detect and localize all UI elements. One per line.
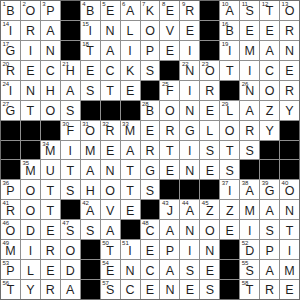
cell-letter: I: [9, 25, 12, 38]
cell-letter: T: [126, 165, 134, 178]
letter-cell[interactable]: E: [121, 81, 140, 100]
letter-cell[interactable]: C: [141, 260, 160, 279]
letter-cell[interactable]: N: [101, 21, 120, 40]
cell-letter: O: [225, 125, 235, 138]
letter-cell[interactable]: P: [160, 240, 179, 259]
letter-cell[interactable]: G: [141, 160, 160, 179]
cell-letter: E: [245, 25, 253, 38]
letter-cell[interactable]: I: [21, 240, 40, 259]
letter-cell[interactable]: Y: [280, 101, 299, 120]
letter-cell[interactable]: G: [180, 121, 199, 140]
letter-cell[interactable]: C: [121, 280, 140, 299]
letter-cell[interactable]: A: [260, 260, 279, 279]
letter-cell[interactable]: 32R: [101, 121, 120, 140]
black-square: [61, 200, 80, 219]
letter-cell[interactable]: 30F: [61, 121, 80, 140]
cell-letter: O: [265, 85, 275, 98]
cell-letter: O: [26, 205, 36, 218]
letter-cell[interactable]: E: [200, 260, 219, 279]
letter-cell[interactable]: S: [81, 81, 100, 100]
cell-letter: U: [46, 165, 55, 178]
cell-letter: T: [226, 145, 234, 158]
letter-cell[interactable]: S: [141, 180, 160, 199]
clue-number: 58: [242, 280, 249, 287]
letter-cell[interactable]: Y: [21, 280, 40, 299]
letter-cell[interactable]: 14I: [1, 21, 20, 40]
clue-number: 40: [282, 180, 289, 187]
cell-letter: A: [166, 265, 174, 278]
letter-cell[interactable]: A: [81, 160, 100, 179]
letter-cell[interactable]: N: [200, 240, 219, 259]
letter-cell[interactable]: D: [21, 220, 40, 239]
letter-cell[interactable]: A: [61, 81, 80, 100]
cell-letter: N: [106, 25, 115, 38]
clue-number: 32: [102, 121, 109, 128]
cell-letter: R: [185, 5, 194, 18]
letter-cell[interactable]: 57S: [101, 280, 120, 299]
clue-number: 6: [122, 1, 125, 8]
letter-cell[interactable]: A: [41, 21, 60, 40]
clue-number: 7: [142, 1, 145, 8]
cell-letter: N: [185, 225, 194, 238]
letter-cell[interactable]: R: [21, 21, 40, 40]
cell-letter: A: [126, 5, 134, 18]
letter-cell[interactable]: E: [200, 101, 219, 120]
letter-cell[interactable]: T: [160, 141, 179, 160]
letter-cell[interactable]: R: [41, 280, 60, 299]
letter-cell[interactable]: T: [121, 180, 140, 199]
letter-cell[interactable]: K: [121, 61, 140, 80]
letter-cell[interactable]: T: [101, 81, 120, 100]
letter-cell[interactable]: H: [81, 180, 100, 199]
letter-cell[interactable]: E: [101, 141, 120, 160]
letter-cell[interactable]: S: [200, 280, 219, 299]
cell-letter: O: [145, 25, 155, 38]
letter-cell[interactable]: T: [280, 220, 299, 239]
letter-cell[interactable]: A: [101, 41, 120, 60]
clue-number: 53: [3, 260, 10, 267]
cell-letter: E: [26, 65, 34, 78]
letter-cell[interactable]: T: [21, 101, 40, 120]
letter-cell[interactable]: I: [240, 220, 259, 239]
letter-cell[interactable]: O: [21, 200, 40, 219]
letter-cell[interactable]: 54E: [101, 260, 120, 279]
cell-letter: N: [185, 165, 194, 178]
letter-cell[interactable]: 25F: [160, 81, 179, 100]
letter-cell[interactable]: 27G: [1, 101, 20, 120]
letter-cell[interactable]: A: [61, 280, 80, 299]
clue-number: 49: [3, 240, 10, 247]
letter-cell[interactable]: A: [101, 220, 120, 239]
letter-cell[interactable]: N: [121, 260, 140, 279]
cell-letter: O: [26, 185, 36, 198]
clue-number: 20: [3, 61, 10, 68]
cell-letter: C: [126, 284, 135, 297]
cell-letter: T: [166, 145, 174, 158]
letter-cell[interactable]: N: [280, 200, 299, 219]
letter-cell[interactable]: 3P: [41, 1, 60, 20]
clue-number: 9: [182, 1, 185, 8]
letter-cell[interactable]: E: [280, 61, 299, 80]
cell-letter: H: [86, 185, 95, 198]
letter-cell[interactable]: O: [101, 180, 120, 199]
letter-cell[interactable]: 38A: [240, 180, 259, 199]
letter-cell[interactable]: 28B: [141, 101, 160, 120]
black-square: [220, 240, 239, 259]
letter-cell[interactable]: 19I: [220, 41, 239, 60]
letter-cell[interactable]: 29L: [220, 101, 239, 120]
cell-letter: I: [188, 145, 191, 158]
letter-cell[interactable]: O: [200, 220, 219, 239]
letter-cell[interactable]: 42A: [81, 200, 100, 219]
cell-letter: T: [126, 185, 134, 198]
letter-cell[interactable]: R: [200, 81, 219, 100]
letter-cell[interactable]: 37I: [220, 180, 239, 199]
cell-letter: A: [265, 265, 273, 278]
cell-letter: N: [26, 85, 35, 98]
cell-letter: E: [226, 225, 234, 238]
letter-cell[interactable]: E: [21, 61, 40, 80]
cell-letter: E: [146, 245, 154, 258]
letter-cell[interactable]: I: [280, 240, 299, 259]
cell-letter: L: [206, 125, 213, 138]
letter-cell[interactable]: V: [160, 21, 179, 40]
letter-cell[interactable]: 9R: [180, 1, 199, 20]
letter-cell[interactable]: N: [280, 41, 299, 60]
letter-cell[interactable]: R: [280, 21, 299, 40]
cell-letter: I: [128, 45, 131, 58]
letter-cell[interactable]: R: [41, 240, 60, 259]
letter-cell[interactable]: H: [41, 81, 60, 100]
letter-cell[interactable]: E: [81, 61, 100, 80]
letter-cell[interactable]: M: [81, 141, 100, 160]
letter-cell[interactable]: E: [280, 280, 299, 299]
letter-cell[interactable]: E: [160, 41, 179, 60]
letter-cell[interactable]: 41R: [1, 200, 20, 219]
letter-cell[interactable]: I: [180, 41, 199, 60]
letter-cell[interactable]: 6A: [121, 1, 140, 20]
letter-cell[interactable]: L: [21, 260, 40, 279]
cell-letter: T: [27, 105, 35, 118]
clue-number: 13: [282, 1, 289, 8]
letter-cell[interactable]: 26N: [240, 81, 259, 100]
letter-cell[interactable]: E: [121, 200, 140, 219]
cell-letter: S: [86, 225, 94, 238]
cell-letter: M: [244, 205, 254, 218]
cell-letter: R: [285, 85, 294, 98]
letter-cell[interactable]: S: [200, 141, 219, 160]
letter-cell[interactable]: 40O: [280, 180, 299, 199]
cell-letter: G: [145, 165, 155, 178]
letter-cell[interactable]: 44A: [180, 200, 199, 219]
cell-letter: T: [226, 65, 234, 78]
cell-letter: E: [186, 25, 194, 38]
letter-cell[interactable]: C: [101, 61, 120, 80]
cell-letter: S: [206, 145, 214, 158]
cell-letter: S: [245, 145, 253, 158]
letter-cell[interactable]: 33M: [121, 121, 140, 140]
letter-cell[interactable]: 10A: [220, 1, 239, 20]
black-square: [180, 180, 199, 199]
clue-number: 57: [102, 280, 109, 287]
cell-letter: T: [66, 165, 74, 178]
clue-number: 54: [102, 260, 109, 267]
letter-cell[interactable]: T: [61, 160, 80, 179]
letter-cell[interactable]: E: [240, 21, 259, 40]
letter-cell[interactable]: 52D: [240, 240, 259, 259]
cell-letter: B: [86, 5, 94, 18]
cell-letter: T: [286, 225, 294, 238]
clue-number: 24: [3, 81, 10, 88]
black-square: [81, 240, 100, 259]
letter-cell[interactable]: O: [220, 121, 239, 140]
cell-letter: E: [106, 145, 114, 158]
clue-number: 3: [42, 1, 45, 8]
letter-cell[interactable]: S: [141, 61, 160, 80]
letter-cell[interactable]: R: [260, 280, 279, 299]
letter-cell[interactable]: S: [61, 180, 80, 199]
cell-letter: R: [285, 25, 294, 38]
cell-letter: V: [106, 205, 114, 218]
letter-cell[interactable]: 46O: [1, 220, 20, 239]
cell-letter: E: [46, 225, 54, 238]
letter-cell[interactable]: I: [61, 141, 80, 160]
letter-cell[interactable]: R: [240, 121, 259, 140]
cell-letter: B: [6, 5, 14, 18]
clue-number: 41: [3, 200, 10, 207]
letter-cell[interactable]: E: [260, 21, 279, 40]
letter-cell[interactable]: Z: [220, 200, 239, 219]
letter-cell[interactable]: 12T: [260, 1, 279, 20]
letter-cell[interactable]: N: [180, 160, 199, 179]
cell-letter: P: [265, 245, 273, 258]
cell-letter: O: [65, 245, 75, 258]
letter-cell[interactable]: 7K: [141, 1, 160, 20]
clue-number: 55: [242, 260, 249, 267]
letter-cell[interactable]: I: [180, 81, 199, 100]
letter-cell[interactable]: I: [180, 240, 199, 259]
letter-cell[interactable]: 4B: [81, 1, 100, 20]
cell-letter: E: [285, 284, 293, 297]
letter-cell[interactable]: O: [41, 101, 60, 120]
letter-cell[interactable]: 20R: [1, 61, 20, 80]
letter-cell[interactable]: N: [21, 81, 40, 100]
letter-cell[interactable]: Z: [260, 101, 279, 120]
letter-cell[interactable]: I: [240, 61, 259, 80]
cell-letter: M: [244, 45, 254, 58]
letter-cell[interactable]: D: [61, 260, 80, 279]
letter-cell[interactable]: N: [180, 101, 199, 120]
letter-cell[interactable]: 53P: [1, 260, 20, 279]
cell-letter: V: [166, 25, 174, 38]
letter-cell[interactable]: 15I: [81, 21, 100, 40]
clue-number: 10: [222, 1, 229, 8]
cell-letter: O: [26, 5, 36, 18]
letter-cell[interactable]: E: [41, 260, 60, 279]
letter-cell[interactable]: 24I: [1, 81, 20, 100]
letter-cell[interactable]: 13O: [280, 1, 299, 20]
letter-cell[interactable]: S: [180, 260, 199, 279]
letter-cell[interactable]: T: [220, 61, 239, 80]
letter-cell[interactable]: E: [180, 21, 199, 40]
letter-cell[interactable]: S: [61, 101, 80, 120]
black-square: [81, 260, 100, 279]
letter-cell[interactable]: V: [101, 200, 120, 219]
letter-cell[interactable]: N: [160, 280, 179, 299]
letter-cell[interactable]: 17G: [1, 41, 20, 60]
letter-cell[interactable]: E: [200, 160, 219, 179]
cell-letter: S: [86, 85, 94, 98]
letter-cell[interactable]: S: [260, 220, 279, 239]
letter-cell[interactable]: 49M: [1, 240, 20, 259]
black-square: [220, 260, 239, 279]
clue-number: 39: [262, 180, 269, 187]
letter-cell[interactable]: O: [160, 101, 179, 120]
clue-number: 27: [3, 101, 10, 108]
letter-cell[interactable]: 47S: [61, 220, 80, 239]
letter-cell[interactable]: 45Z: [200, 200, 219, 219]
letter-cell[interactable]: L: [200, 121, 219, 140]
letter-cell[interactable]: 48C: [141, 220, 160, 239]
black-square: [200, 41, 219, 60]
cell-letter: C: [46, 65, 55, 78]
cell-letter: Y: [265, 125, 273, 138]
cell-letter: S: [265, 225, 273, 238]
letter-cell[interactable]: 36P: [1, 180, 20, 199]
letter-cell[interactable]: M: [240, 200, 259, 219]
letter-cell[interactable]: R: [160, 121, 179, 140]
letter-cell[interactable]: S: [81, 220, 100, 239]
letter-cell[interactable]: A: [240, 101, 259, 120]
letter-cell[interactable]: S: [240, 141, 259, 160]
cell-letter: N: [126, 265, 135, 278]
letter-cell[interactable]: 51I: [121, 240, 140, 259]
letter-cell[interactable]: 43J: [160, 200, 179, 219]
letter-cell[interactable]: 35M: [21, 160, 40, 179]
letter-cell[interactable]: U: [41, 160, 60, 179]
letter-cell[interactable]: A: [160, 260, 179, 279]
letter-cell[interactable]: P: [260, 240, 279, 259]
clue-number: 56: [3, 280, 10, 287]
letter-cell[interactable]: T: [121, 160, 140, 179]
cell-letter: E: [206, 105, 214, 118]
letter-cell[interactable]: E: [220, 220, 239, 239]
cell-letter: M: [85, 145, 95, 158]
letter-cell[interactable]: 58T: [240, 280, 259, 299]
cell-letter: N: [165, 284, 174, 297]
black-square: [160, 180, 179, 199]
letter-cell[interactable]: 22N: [180, 61, 199, 80]
cell-letter: A: [265, 205, 273, 218]
letter-cell[interactable]: 31O: [81, 121, 100, 140]
letter-cell[interactable]: R: [280, 81, 299, 100]
cell-letter: A: [86, 165, 94, 178]
cell-letter: I: [228, 185, 231, 198]
cell-letter: R: [245, 125, 254, 138]
cell-letter: E: [166, 5, 174, 18]
clue-number: 28: [142, 101, 149, 108]
cell-letter: A: [245, 105, 253, 118]
letter-cell[interactable]: N: [41, 41, 60, 60]
clue-number: 14: [3, 21, 10, 28]
cell-letter: A: [126, 145, 134, 158]
letter-cell[interactable]: 5E: [101, 1, 120, 20]
letter-cell[interactable]: L: [121, 21, 140, 40]
letter-cell[interactable]: P: [141, 41, 160, 60]
cell-letter: E: [166, 45, 174, 58]
black-square: [81, 280, 100, 299]
letter-cell[interactable]: M: [240, 41, 259, 60]
cell-letter: I: [288, 245, 291, 258]
letter-cell[interactable]: 1B: [1, 1, 20, 20]
black-square: [280, 121, 299, 140]
letter-cell[interactable]: O: [21, 180, 40, 199]
letter-cell[interactable]: N: [101, 160, 120, 179]
letter-cell[interactable]: 2O: [21, 1, 40, 20]
letter-cell[interactable]: 34M: [41, 141, 60, 160]
letter-cell[interactable]: E: [41, 220, 60, 239]
letter-cell[interactable]: 21H: [61, 61, 80, 80]
letter-cell[interactable]: N: [180, 220, 199, 239]
letter-cell[interactable]: O: [61, 240, 80, 259]
letter-cell[interactable]: E: [180, 280, 199, 299]
letter-cell[interactable]: C: [260, 61, 279, 80]
cell-letter: S: [186, 265, 194, 278]
letter-cell[interactable]: A: [260, 41, 279, 60]
cell-letter: P: [146, 45, 154, 58]
letter-cell[interactable]: M: [280, 260, 299, 279]
cell-letter: R: [205, 85, 214, 98]
letter-cell[interactable]: E: [160, 160, 179, 179]
black-square: [141, 200, 160, 219]
letter-cell[interactable]: 50T: [101, 240, 120, 259]
letter-cell[interactable]: E: [141, 280, 160, 299]
letter-cell[interactable]: A: [260, 200, 279, 219]
letter-cell[interactable]: 18T: [81, 41, 100, 60]
cell-letter: L: [27, 265, 34, 278]
letter-cell[interactable]: 55S: [240, 260, 259, 279]
letter-cell[interactable]: A: [160, 220, 179, 239]
letter-cell[interactable]: 8E: [160, 1, 179, 20]
black-square: [160, 61, 179, 80]
letter-cell[interactable]: 16B: [220, 21, 239, 40]
clue-number: 16: [222, 21, 229, 28]
black-square: [260, 160, 279, 179]
letter-cell[interactable]: 11S: [240, 1, 259, 20]
letter-cell[interactable]: 23O: [200, 61, 219, 80]
letter-cell[interactable]: T: [220, 141, 239, 160]
letter-cell[interactable]: 56T: [1, 280, 20, 299]
letter-cell[interactable]: Y: [260, 121, 279, 140]
letter-cell[interactable]: S: [220, 160, 239, 179]
letter-cell[interactable]: I: [121, 41, 140, 60]
cell-letter: Z: [266, 105, 274, 118]
cell-letter: O: [105, 185, 115, 198]
letter-cell[interactable]: E: [141, 121, 160, 140]
letter-cell[interactable]: 39G: [260, 180, 279, 199]
letter-cell[interactable]: T: [41, 200, 60, 219]
letter-cell[interactable]: O: [260, 81, 279, 100]
letter-cell[interactable]: C: [41, 61, 60, 80]
letter-cell[interactable]: I: [180, 141, 199, 160]
cell-letter: R: [265, 284, 274, 297]
letter-cell[interactable]: I: [21, 41, 40, 60]
letter-cell[interactable]: R: [141, 141, 160, 160]
letter-cell[interactable]: O: [141, 21, 160, 40]
letter-cell[interactable]: A: [121, 141, 140, 160]
letter-cell[interactable]: T: [41, 180, 60, 199]
letter-cell[interactable]: E: [141, 240, 160, 259]
